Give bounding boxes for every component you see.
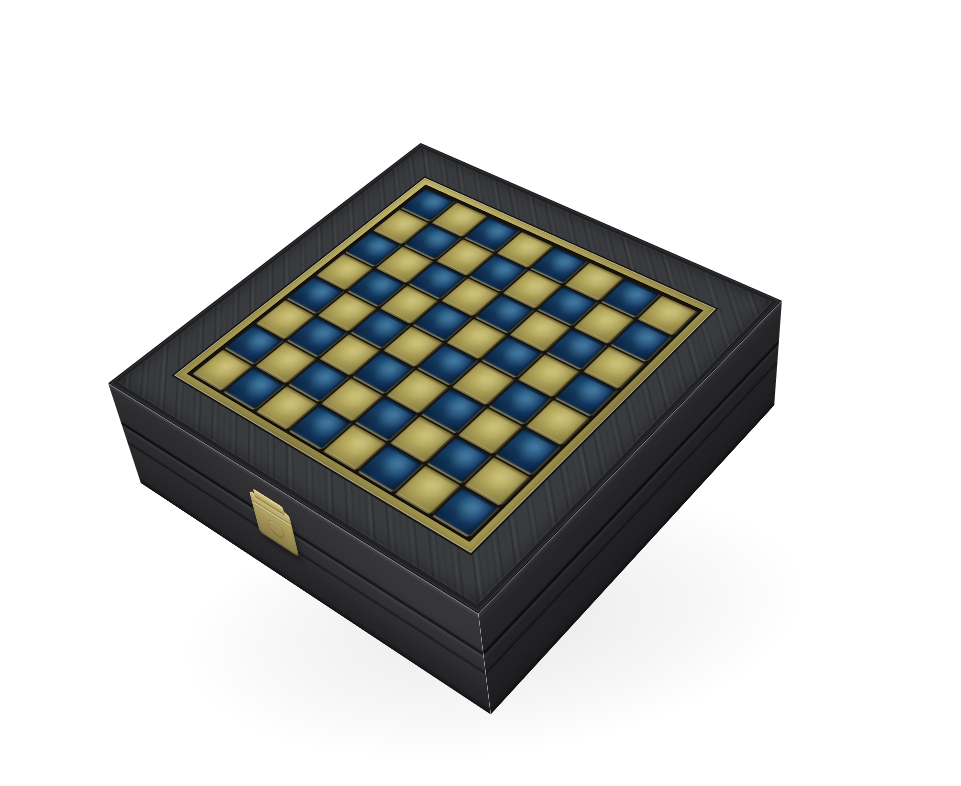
board-square bbox=[556, 373, 617, 416]
board-square bbox=[324, 424, 385, 469]
board-square bbox=[489, 381, 550, 424]
board-square bbox=[360, 444, 422, 490]
board-square bbox=[354, 352, 413, 393]
board-square bbox=[396, 465, 459, 513]
scene bbox=[178, 75, 713, 610]
board-square bbox=[433, 487, 498, 536]
board-square bbox=[466, 457, 529, 504]
board-square bbox=[527, 400, 588, 444]
board-square bbox=[483, 336, 542, 376]
board-square bbox=[418, 344, 477, 385]
lid-wood-frame bbox=[118, 148, 772, 604]
board-square bbox=[453, 362, 513, 404]
board-square bbox=[392, 416, 453, 461]
board-square bbox=[519, 354, 579, 396]
product-photo-background bbox=[0, 0, 961, 786]
board-square bbox=[584, 346, 644, 387]
board-square bbox=[423, 389, 484, 432]
board-square bbox=[428, 436, 490, 482]
board-square bbox=[459, 408, 520, 452]
board-square bbox=[225, 367, 284, 408]
board-square bbox=[290, 405, 351, 449]
board-square bbox=[323, 378, 383, 420]
board-square bbox=[547, 328, 606, 368]
board-square bbox=[497, 428, 559, 474]
board-square bbox=[257, 386, 317, 428]
board-square bbox=[357, 397, 418, 440]
brass-clasp bbox=[249, 490, 299, 558]
board-square bbox=[388, 370, 448, 412]
board-square bbox=[612, 320, 671, 360]
board-square bbox=[289, 360, 348, 401]
